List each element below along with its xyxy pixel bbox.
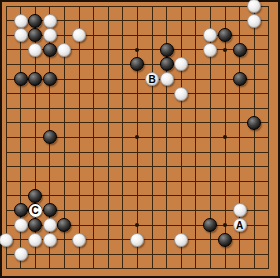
black-stone	[218, 28, 232, 42]
black-stone	[14, 72, 28, 86]
white-stone	[28, 43, 42, 57]
grid-line-vertical	[268, 6, 269, 269]
go-board[interactable]: ABC	[0, 0, 280, 278]
white-stone	[174, 57, 188, 71]
black-stone	[233, 72, 247, 86]
black-stone	[160, 57, 174, 71]
white-stone	[14, 247, 28, 261]
black-stone	[43, 203, 57, 217]
white-stone	[72, 28, 86, 42]
grid-line-horizontal	[6, 152, 269, 153]
grid-line-horizontal	[6, 195, 269, 196]
white-stone	[160, 72, 174, 86]
black-stone	[14, 203, 28, 217]
white-stone	[247, 0, 261, 13]
black-stone	[247, 116, 261, 130]
white-stone	[14, 218, 28, 232]
white-stone	[203, 43, 217, 57]
black-stone	[43, 72, 57, 86]
white-stone	[14, 14, 28, 28]
black-stone	[218, 233, 232, 247]
hoshi-star-point	[223, 135, 227, 139]
black-stone	[43, 130, 57, 144]
hoshi-star-point	[135, 135, 139, 139]
grid-line-horizontal	[6, 181, 269, 182]
go-app-window: ABC	[0, 0, 280, 278]
black-stone	[28, 28, 42, 42]
white-stone	[43, 218, 57, 232]
hoshi-star-point	[223, 223, 227, 227]
white-stone	[28, 233, 42, 247]
black-stone	[28, 218, 42, 232]
white-stone	[130, 233, 144, 247]
white-stone	[174, 87, 188, 101]
white-stone	[43, 28, 57, 42]
hoshi-star-point	[223, 48, 227, 52]
black-stone	[28, 189, 42, 203]
grid-line-vertical	[195, 6, 196, 269]
grid-line-vertical	[152, 6, 153, 269]
black-stone	[203, 218, 217, 232]
black-stone	[28, 72, 42, 86]
white-stone	[0, 233, 13, 247]
grid-line-horizontal	[6, 268, 269, 269]
black-stone	[233, 43, 247, 57]
white-stone	[203, 28, 217, 42]
grid-line-vertical	[181, 6, 182, 269]
grid-line-horizontal	[6, 254, 269, 255]
point-label-C: C	[29, 204, 42, 217]
hoshi-star-point	[135, 223, 139, 227]
grid-line-horizontal	[6, 166, 269, 167]
white-stone	[247, 14, 261, 28]
point-label-A: A	[233, 219, 246, 232]
white-stone	[14, 28, 28, 42]
black-stone	[28, 14, 42, 28]
black-stone	[160, 43, 174, 57]
white-stone	[174, 233, 188, 247]
black-stone	[43, 43, 57, 57]
white-stone	[233, 203, 247, 217]
point-label-B: B	[146, 73, 159, 86]
white-stone	[57, 43, 71, 57]
white-stone	[72, 233, 86, 247]
white-stone	[43, 14, 57, 28]
white-stone	[43, 233, 57, 247]
hoshi-star-point	[135, 48, 139, 52]
black-stone	[130, 57, 144, 71]
black-stone	[57, 218, 71, 232]
grid-line-vertical	[254, 6, 255, 269]
